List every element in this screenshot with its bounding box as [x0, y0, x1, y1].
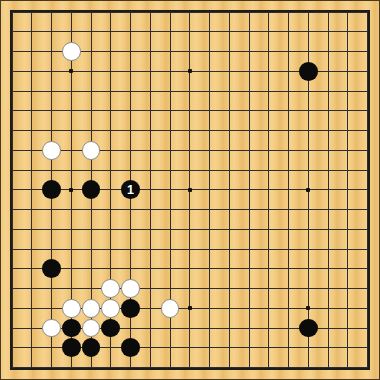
black-stone[interactable]	[101, 319, 120, 338]
white-stone[interactable]	[101, 299, 120, 318]
black-stone-q3[interactable]	[298, 318, 318, 338]
star-point	[180, 61, 200, 81]
white-stone[interactable]	[42, 141, 61, 160]
black-stone-c6[interactable]	[42, 259, 62, 279]
star-point	[61, 180, 81, 200]
star-point-dot	[69, 69, 73, 73]
white-stone-j4[interactable]	[160, 298, 180, 318]
white-stone-c3[interactable]	[42, 318, 62, 338]
star-point	[180, 180, 200, 200]
go-board[interactable]: 1	[0, 0, 380, 380]
black-stone-g10-move-1[interactable]: 1	[121, 180, 141, 200]
black-stone-d2[interactable]	[61, 338, 81, 358]
white-stone-e12[interactable]	[81, 140, 101, 160]
star-point-dot	[306, 188, 310, 192]
star-point	[61, 61, 81, 81]
star-point	[298, 180, 318, 200]
star-point	[180, 298, 200, 318]
white-stone-g5[interactable]	[121, 279, 141, 299]
white-stone[interactable]	[42, 319, 61, 338]
black-stone[interactable]	[299, 62, 318, 81]
white-stone[interactable]	[62, 299, 81, 318]
white-stone[interactable]	[82, 299, 101, 318]
star-point	[298, 298, 318, 318]
black-stone-d3[interactable]	[61, 318, 81, 338]
star-point-dot	[69, 188, 73, 192]
black-stone-g4[interactable]	[121, 298, 141, 318]
white-stone[interactable]	[161, 299, 180, 318]
black-stone[interactable]	[42, 259, 61, 278]
white-stone-d17[interactable]	[61, 42, 81, 62]
black-stone-c10[interactable]	[42, 180, 62, 200]
black-stone-e10[interactable]	[81, 180, 101, 200]
white-stone-e4[interactable]	[81, 298, 101, 318]
white-stone[interactable]	[101, 279, 120, 298]
black-stone[interactable]	[42, 180, 61, 199]
black-stone-f3[interactable]	[101, 318, 121, 338]
white-stone[interactable]	[82, 319, 101, 338]
black-stone[interactable]	[62, 338, 81, 357]
black-stone[interactable]: 1	[121, 180, 140, 199]
white-stone-f4[interactable]	[101, 298, 121, 318]
white-stone-f5[interactable]	[101, 279, 121, 299]
black-stone[interactable]	[121, 338, 140, 357]
black-stone[interactable]	[82, 338, 101, 357]
star-point-dot	[188, 306, 192, 310]
white-stone[interactable]	[121, 279, 140, 298]
star-point-dot	[306, 306, 310, 310]
black-stone-g2[interactable]	[121, 338, 141, 358]
black-stone[interactable]	[299, 319, 318, 338]
white-stone-e3[interactable]	[81, 318, 101, 338]
black-stone-e2[interactable]	[81, 338, 101, 358]
black-stone[interactable]	[62, 319, 81, 338]
black-stone[interactable]	[121, 299, 140, 318]
white-stone-d4[interactable]	[61, 298, 81, 318]
black-stone-q16[interactable]	[298, 61, 318, 81]
move-number-label: 1	[127, 183, 134, 196]
white-stone[interactable]	[62, 42, 81, 61]
star-point-dot	[188, 188, 192, 192]
white-stone-c12[interactable]	[42, 140, 62, 160]
white-stone[interactable]	[82, 141, 101, 160]
black-stone[interactable]	[82, 180, 101, 199]
star-point-dot	[188, 69, 192, 73]
board-grid[interactable]: 1	[2, 2, 377, 377]
